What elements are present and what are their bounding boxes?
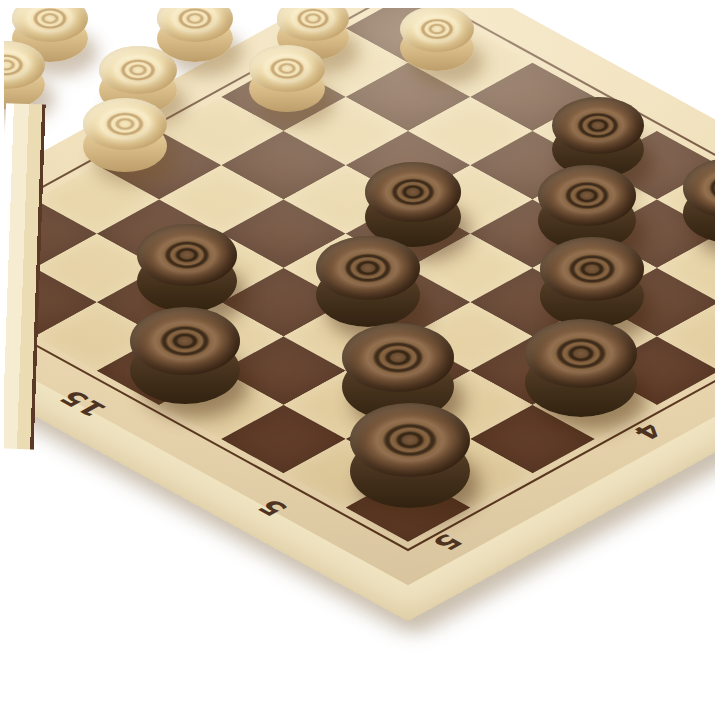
photo-margin-top [0,0,720,8]
piece-light-g7 [400,6,474,71]
piece-top-rings [342,323,454,392]
piece-top-rings [137,224,237,286]
frame-label-4-right: 4 [627,420,668,443]
piece-top-rings [552,97,644,154]
piece-dark-e5 [316,236,420,327]
piece-dark-f6 [365,162,461,247]
piece-top-rings [316,236,420,300]
piece-top-rings [350,403,470,477]
piece-dark-f4 [540,237,644,328]
piece-dark-e3 [525,319,637,417]
piece-top-rings [249,45,325,92]
photo-margin-left [0,0,4,709]
piece-top-rings [538,165,636,226]
piece-light-d8 [83,98,167,172]
piece-top-rings [365,162,461,222]
frame-label-5-right: 5 [426,531,467,554]
piece-dark-b2 [350,403,470,508]
frame-label-5-left: 5 [251,496,292,519]
piece-dark-c7 [137,224,237,312]
piece-top-rings [540,237,644,301]
piece-top-rings [400,6,474,52]
piece-top-rings [130,307,240,375]
photo-margin-right [715,0,720,709]
photo-margin-bottom [0,705,720,709]
piece-light-e8 [0,41,45,109]
checkers-board-photo: 15554 [0,0,720,709]
piece-dark-b6 [130,307,240,404]
piece-light-f7 [249,45,325,112]
piece-top-rings [83,98,167,150]
piece-top-rings [525,319,637,388]
piece-top-rings [99,46,177,94]
